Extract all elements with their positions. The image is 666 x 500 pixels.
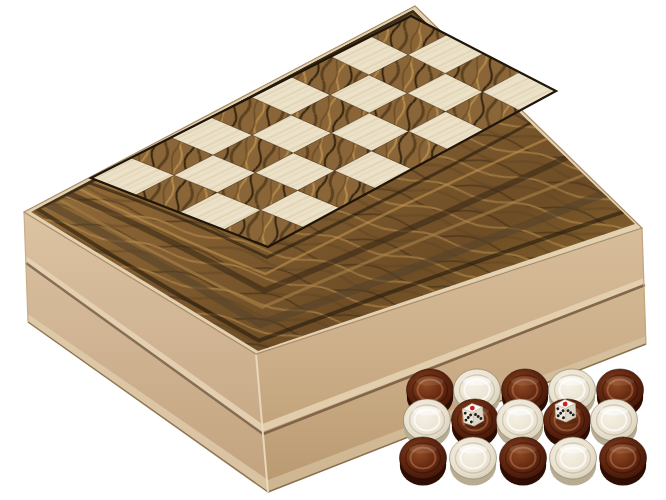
checker-brown — [600, 437, 647, 486]
backgammon-case-product-photo — [0, 0, 666, 500]
scene-svg — [0, 0, 666, 500]
checker-brown — [500, 437, 547, 486]
checkers-group — [400, 369, 647, 486]
checker-brown — [400, 437, 447, 486]
checker-ivory — [550, 437, 597, 486]
checker-ivory — [450, 437, 497, 486]
